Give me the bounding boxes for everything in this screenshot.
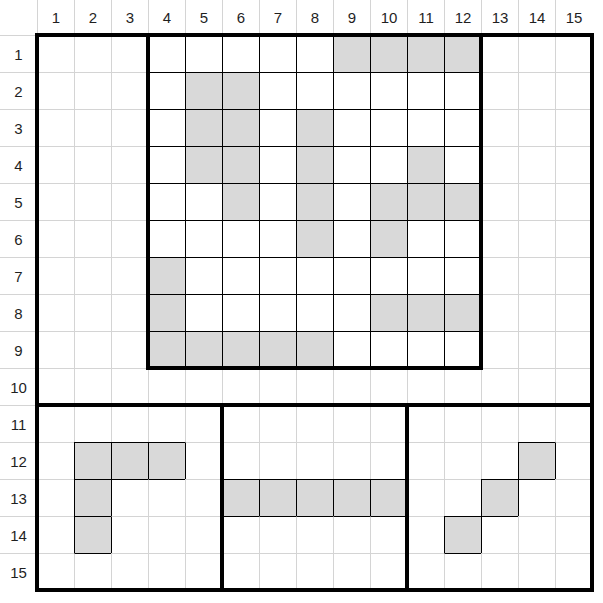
cell-r15-c6[interactable] [222, 553, 259, 590]
cell-r11-c4[interactable] [148, 405, 185, 442]
col-label-14: 14 [518, 0, 555, 35]
cell-r5-c11-shaded[interactable] [407, 183, 444, 220]
row-label-4: 4 [0, 146, 37, 183]
cell-r2-c14[interactable] [518, 72, 555, 109]
cell-r3-c9[interactable] [333, 109, 370, 146]
cell-r12-c13[interactable] [481, 442, 518, 479]
cell-r10-c11[interactable] [407, 368, 444, 405]
col-label-10: 10 [370, 0, 407, 35]
cell-r6-c7[interactable] [259, 220, 296, 257]
cell-r1-c9-shaded[interactable] [333, 35, 370, 72]
cell-r11-c7[interactable] [259, 405, 296, 442]
cell-r3-c8-shaded[interactable] [296, 109, 333, 146]
cell-r8-c11-shaded[interactable] [407, 294, 444, 331]
cell-r10-c10[interactable] [370, 368, 407, 405]
cell-r12-c15[interactable] [555, 442, 592, 479]
cell-r6-c3[interactable] [111, 220, 148, 257]
cell-r10-c1[interactable] [37, 368, 74, 405]
row-label-12: 12 [0, 442, 37, 479]
cell-r14-c7[interactable] [259, 516, 296, 553]
cell-r3-c7[interactable] [259, 109, 296, 146]
cell-r8-c10-shaded[interactable] [370, 294, 407, 331]
cell-r13-c14[interactable] [518, 479, 555, 516]
cell-r13-c10-shaded[interactable] [370, 479, 407, 516]
cell-r10-c3[interactable] [111, 368, 148, 405]
cell-r9-c3[interactable] [111, 331, 148, 368]
cell-r3-c3[interactable] [111, 109, 148, 146]
cell-r14-c3[interactable] [111, 516, 148, 553]
cell-r7-c15[interactable] [555, 257, 592, 294]
cell-r9-c6-shaded[interactable] [222, 331, 259, 368]
cell-r4-c8-shaded[interactable] [296, 146, 333, 183]
cell-r12-c9[interactable] [333, 442, 370, 479]
cell-r11-c15[interactable] [555, 405, 592, 442]
cell-r8-c1[interactable] [37, 294, 74, 331]
cell-r11-c13[interactable] [481, 405, 518, 442]
cell-r12-c7[interactable] [259, 442, 296, 479]
row-label-15: 15 [0, 553, 37, 590]
cell-r8-c7[interactable] [259, 294, 296, 331]
col-label-12: 12 [444, 0, 481, 35]
cell-r1-c6[interactable] [222, 35, 259, 72]
row-label-13: 13 [0, 479, 37, 516]
cell-r14-c8[interactable] [296, 516, 333, 553]
cell-r5-c3[interactable] [111, 183, 148, 220]
cell-r13-c2-shaded[interactable] [74, 479, 111, 516]
cell-r5-c4[interactable] [148, 183, 185, 220]
row-label-10: 10 [0, 368, 37, 405]
cell-r15-c9[interactable] [333, 553, 370, 590]
cell-r9-c11[interactable] [407, 331, 444, 368]
cell-r10-c9[interactable] [333, 368, 370, 405]
cell-r4-c2[interactable] [74, 146, 111, 183]
cell-r1-c8[interactable] [296, 35, 333, 72]
cell-r3-c14[interactable] [518, 109, 555, 146]
cell-r3-c10[interactable] [370, 109, 407, 146]
cell-r11-c8[interactable] [296, 405, 333, 442]
cell-r1-c3[interactable] [111, 35, 148, 72]
cell-r14-c9[interactable] [333, 516, 370, 553]
cell-r12-c14-shaded[interactable] [518, 442, 555, 479]
cell-r1-c2[interactable] [74, 35, 111, 72]
cell-r3-c12[interactable] [444, 109, 481, 146]
cell-r4-c5-shaded[interactable] [185, 146, 222, 183]
cell-r1-c5[interactable] [185, 35, 222, 72]
cell-r15-c5[interactable] [185, 553, 222, 590]
cell-r10-c4[interactable] [148, 368, 185, 405]
row-label-2: 2 [0, 72, 37, 109]
col-label-7: 7 [259, 0, 296, 35]
row-label-7: 7 [0, 257, 37, 294]
cell-r9-c2[interactable] [74, 331, 111, 368]
cell-r13-c11[interactable] [407, 479, 444, 516]
cell-r14-c4[interactable] [148, 516, 185, 553]
cell-r1-c14[interactable] [518, 35, 555, 72]
cell-r6-c11[interactable] [407, 220, 444, 257]
cell-r3-c11[interactable] [407, 109, 444, 146]
cell-r5-c2[interactable] [74, 183, 111, 220]
cell-r5-c6-shaded[interactable] [222, 183, 259, 220]
cell-r15-c4[interactable] [148, 553, 185, 590]
cell-r10-c14[interactable] [518, 368, 555, 405]
cell-r15-c3[interactable] [111, 553, 148, 590]
cell-r11-c5[interactable] [185, 405, 222, 442]
cell-r5-c13[interactable] [481, 183, 518, 220]
cell-r8-c14[interactable] [518, 294, 555, 331]
cell-r13-c7-shaded[interactable] [259, 479, 296, 516]
cell-r9-c14[interactable] [518, 331, 555, 368]
cell-r5-c5[interactable] [185, 183, 222, 220]
cell-r1-c4[interactable] [148, 35, 185, 72]
cell-r8-c13[interactable] [481, 294, 518, 331]
cell-r1-c13[interactable] [481, 35, 518, 72]
col-label-8: 8 [296, 0, 333, 35]
cell-r7-c9[interactable] [333, 257, 370, 294]
cell-r5-c7[interactable] [259, 183, 296, 220]
cell-r4-c9[interactable] [333, 146, 370, 183]
cell-r7-c6[interactable] [222, 257, 259, 294]
cell-r7-c5[interactable] [185, 257, 222, 294]
cell-r1-c12-shaded[interactable] [444, 35, 481, 72]
cell-r13-c13-shaded[interactable] [481, 479, 518, 516]
col-label-13: 13 [481, 0, 518, 35]
cell-r6-c1[interactable] [37, 220, 74, 257]
cell-r7-c13[interactable] [481, 257, 518, 294]
cell-r8-c9[interactable] [333, 294, 370, 331]
cell-r12-c10[interactable] [370, 442, 407, 479]
cell-r9-c5-shaded[interactable] [185, 331, 222, 368]
cell-r4-c4[interactable] [148, 146, 185, 183]
cell-r11-c6[interactable] [222, 405, 259, 442]
cell-r1-c1[interactable] [37, 35, 74, 72]
cell-r5-c9[interactable] [333, 183, 370, 220]
cell-r2-c1[interactable] [37, 72, 74, 109]
cell-r13-c9-shaded[interactable] [333, 479, 370, 516]
cell-r11-c9[interactable] [333, 405, 370, 442]
cell-r6-c6[interactable] [222, 220, 259, 257]
cell-r5-c15[interactable] [555, 183, 592, 220]
cell-r4-c1[interactable] [37, 146, 74, 183]
cell-r6-c10-shaded[interactable] [370, 220, 407, 257]
cell-r15-c13[interactable] [481, 553, 518, 590]
row-label-5: 5 [0, 183, 37, 220]
cell-r5-c14[interactable] [518, 183, 555, 220]
cell-r14-c1[interactable] [37, 516, 74, 553]
cell-r15-c2[interactable] [74, 553, 111, 590]
cell-r15-c15[interactable] [555, 553, 592, 590]
cell-r12-c1[interactable] [37, 442, 74, 479]
cell-r10-c13[interactable] [481, 368, 518, 405]
cell-r15-c14[interactable] [518, 553, 555, 590]
cell-r9-c10[interactable] [370, 331, 407, 368]
cell-r14-c11[interactable] [407, 516, 444, 553]
cell-r2-c7[interactable] [259, 72, 296, 109]
cell-r13-c4[interactable] [148, 479, 185, 516]
cell-r2-c11[interactable] [407, 72, 444, 109]
cell-r5-c1[interactable] [37, 183, 74, 220]
cell-r1-c7[interactable] [259, 35, 296, 72]
cell-r5-c12-shaded[interactable] [444, 183, 481, 220]
cell-r13-c15[interactable] [555, 479, 592, 516]
col-label-11: 11 [407, 0, 444, 35]
cell-r10-c7[interactable] [259, 368, 296, 405]
cell-r10-c2[interactable] [74, 368, 111, 405]
cell-r11-c11[interactable] [407, 405, 444, 442]
cell-r8-c4-shaded[interactable] [148, 294, 185, 331]
cell-r14-c12-shaded[interactable] [444, 516, 481, 553]
cell-r6-c8-shaded[interactable] [296, 220, 333, 257]
cell-r15-c7[interactable] [259, 553, 296, 590]
cell-r13-c8-shaded[interactable] [296, 479, 333, 516]
cell-r10-c15[interactable] [555, 368, 592, 405]
cell-r11-c14[interactable] [518, 405, 555, 442]
row-label-11: 11 [0, 405, 37, 442]
cell-r9-c7-shaded[interactable] [259, 331, 296, 368]
cell-r12-c4-shaded[interactable] [148, 442, 185, 479]
cell-r2-c3[interactable] [111, 72, 148, 109]
cell-r10-c12[interactable] [444, 368, 481, 405]
cell-r11-c12[interactable] [444, 405, 481, 442]
cell-r12-c12[interactable] [444, 442, 481, 479]
cell-r2-c9[interactable] [333, 72, 370, 109]
cell-r2-c5-shaded[interactable] [185, 72, 222, 109]
cell-r13-c1[interactable] [37, 479, 74, 516]
cell-r4-c3[interactable] [111, 146, 148, 183]
cell-r4-c7[interactable] [259, 146, 296, 183]
cell-r4-c15[interactable] [555, 146, 592, 183]
cell-r9-c4-shaded[interactable] [148, 331, 185, 368]
cell-r1-c10-shaded[interactable] [370, 35, 407, 72]
cell-r8-c2[interactable] [74, 294, 111, 331]
cell-r8-c15[interactable] [555, 294, 592, 331]
cell-r11-c2[interactable] [74, 405, 111, 442]
cell-r15-c10[interactable] [370, 553, 407, 590]
cell-r11-c1[interactable] [37, 405, 74, 442]
cell-r10-c6[interactable] [222, 368, 259, 405]
row-label-1: 1 [0, 35, 37, 72]
cell-r2-c10[interactable] [370, 72, 407, 109]
cell-r15-c11[interactable] [407, 553, 444, 590]
puzzle-board: 1234567891011121314151234567891011121314… [0, 0, 603, 590]
cell-r2-c13[interactable] [481, 72, 518, 109]
cell-r12-c5[interactable] [185, 442, 222, 479]
cell-r2-c8[interactable] [296, 72, 333, 109]
cell-r15-c1[interactable] [37, 553, 74, 590]
row-label-3: 3 [0, 109, 37, 146]
cell-r12-c8[interactable] [296, 442, 333, 479]
col-label-1: 1 [37, 0, 74, 35]
cell-r8-c5[interactable] [185, 294, 222, 331]
cell-r9-c12[interactable] [444, 331, 481, 368]
col-label-3: 3 [111, 0, 148, 35]
cell-r6-c15[interactable] [555, 220, 592, 257]
cell-r4-c14[interactable] [518, 146, 555, 183]
cell-r7-c11[interactable] [407, 257, 444, 294]
cell-r14-c13[interactable] [481, 516, 518, 553]
cell-r7-c2[interactable] [74, 257, 111, 294]
cell-r4-c12[interactable] [444, 146, 481, 183]
row-label-6: 6 [0, 220, 37, 257]
cell-r14-c2-shaded[interactable] [74, 516, 111, 553]
cell-r4-c6-shaded[interactable] [222, 146, 259, 183]
puzzle-page: 1234567891011121314151234567891011121314… [0, 0, 603, 603]
cell-r3-c1[interactable] [37, 109, 74, 146]
cell-r15-c12[interactable] [444, 553, 481, 590]
cell-r6-c2[interactable] [74, 220, 111, 257]
corner-cell [0, 0, 37, 35]
col-label-6: 6 [222, 0, 259, 35]
cell-r8-c8[interactable] [296, 294, 333, 331]
cell-r12-c11[interactable] [407, 442, 444, 479]
cell-r3-c6-shaded[interactable] [222, 109, 259, 146]
cell-r14-c5[interactable] [185, 516, 222, 553]
cell-r7-c7[interactable] [259, 257, 296, 294]
col-label-2: 2 [74, 0, 111, 35]
cell-r8-c3[interactable] [111, 294, 148, 331]
cell-r14-c14[interactable] [518, 516, 555, 553]
cell-r7-c3[interactable] [111, 257, 148, 294]
cell-r14-c15[interactable] [555, 516, 592, 553]
col-label-15: 15 [555, 0, 592, 35]
cell-r4-c10[interactable] [370, 146, 407, 183]
cell-r12-c2-shaded[interactable] [74, 442, 111, 479]
cell-r6-c5[interactable] [185, 220, 222, 257]
cell-r9-c8-shaded[interactable] [296, 331, 333, 368]
cell-r13-c3[interactable] [111, 479, 148, 516]
cell-r13-c12[interactable] [444, 479, 481, 516]
col-label-5: 5 [185, 0, 222, 35]
cell-r3-c5-shaded[interactable] [185, 109, 222, 146]
cell-r2-c15[interactable] [555, 72, 592, 109]
cell-r12-c3-shaded[interactable] [111, 442, 148, 479]
col-label-9: 9 [333, 0, 370, 35]
cell-r3-c15[interactable] [555, 109, 592, 146]
cell-r3-c13[interactable] [481, 109, 518, 146]
cell-r8-c12-shaded[interactable] [444, 294, 481, 331]
cell-r6-c12[interactable] [444, 220, 481, 257]
cell-r3-c2[interactable] [74, 109, 111, 146]
cell-r14-c6[interactable] [222, 516, 259, 553]
cell-r7-c1[interactable] [37, 257, 74, 294]
cell-r5-c8-shaded[interactable] [296, 183, 333, 220]
cell-r6-c14[interactable] [518, 220, 555, 257]
cell-r11-c10[interactable] [370, 405, 407, 442]
cell-r9-c13[interactable] [481, 331, 518, 368]
cell-r11-c3[interactable] [111, 405, 148, 442]
cell-r13-c5[interactable] [185, 479, 222, 516]
cell-r1-c11-shaded[interactable] [407, 35, 444, 72]
cell-r8-c6[interactable] [222, 294, 259, 331]
cell-r2-c12[interactable] [444, 72, 481, 109]
cell-r9-c15[interactable] [555, 331, 592, 368]
cell-r7-c14[interactable] [518, 257, 555, 294]
cell-r3-c4[interactable] [148, 109, 185, 146]
cell-r2-c2[interactable] [74, 72, 111, 109]
cell-r2-c4[interactable] [148, 72, 185, 109]
cell-r7-c4-shaded[interactable] [148, 257, 185, 294]
cell-r7-c12[interactable] [444, 257, 481, 294]
cell-r9-c9[interactable] [333, 331, 370, 368]
cell-r13-c6-shaded[interactable] [222, 479, 259, 516]
cell-r15-c8[interactable] [296, 553, 333, 590]
cell-r7-c8[interactable] [296, 257, 333, 294]
cell-r9-c1[interactable] [37, 331, 74, 368]
cell-r5-c10-shaded[interactable] [370, 183, 407, 220]
cell-r7-c10[interactable] [370, 257, 407, 294]
cell-r4-c11-shaded[interactable] [407, 146, 444, 183]
row-label-9: 9 [0, 331, 37, 368]
col-label-4: 4 [148, 0, 185, 35]
cell-r4-c13[interactable] [481, 146, 518, 183]
cell-r6-c4[interactable] [148, 220, 185, 257]
cell-r1-c15[interactable] [555, 35, 592, 72]
cell-r10-c5[interactable] [185, 368, 222, 405]
cell-r6-c13[interactable] [481, 220, 518, 257]
row-label-8: 8 [0, 294, 37, 331]
row-label-14: 14 [0, 516, 37, 553]
cell-r14-c10[interactable] [370, 516, 407, 553]
cell-r2-c6-shaded[interactable] [222, 72, 259, 109]
cell-r6-c9[interactable] [333, 220, 370, 257]
cell-r12-c6[interactable] [222, 442, 259, 479]
cell-r10-c8[interactable] [296, 368, 333, 405]
